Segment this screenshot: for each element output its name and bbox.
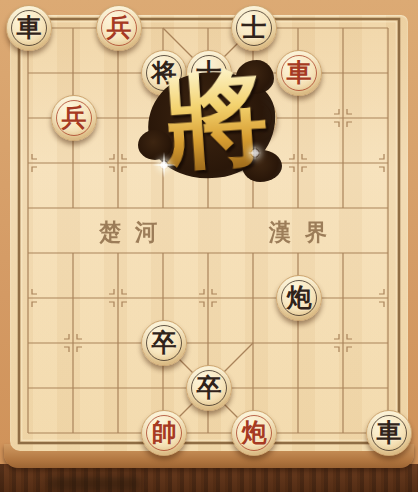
piece-red-cannon-1[interactable]: 炮 [231,410,277,456]
piece-black-pawn-1[interactable]: 卒 [141,320,187,366]
piece-glyph: 車 [287,60,312,85]
piece-red-pawn-2[interactable]: 兵 [51,95,97,141]
river-label-chu-he: 楚河 [58,217,198,249]
piece-glyph: 炮 [287,285,312,310]
piece-glyph: 帥 [152,420,177,445]
piece-glyph: 炮 [242,420,267,445]
piece-red-general[interactable]: 帥 [141,410,187,456]
piece-glyph: 士 [242,15,267,40]
piece-red-chariot-1[interactable]: 車 [276,50,322,96]
piece-glyph: 兵 [62,105,87,130]
piece-glyph: 兵 [107,15,132,40]
piece-black-chariot-1[interactable]: 車 [6,5,52,51]
piece-black-advisor-1[interactable]: 士 [231,5,277,51]
piece-glyph: 車 [17,15,42,40]
piece-glyph: 士 [197,60,222,85]
piece-black-advisor-2[interactable]: 士 [186,50,232,96]
blurred-caption-smudge [48,477,140,490]
piece-glyph: 卒 [197,375,222,400]
piece-black-general[interactable]: 将 [141,50,187,96]
piece-red-pawn-1[interactable]: 兵 [96,5,142,51]
piece-red-horse-1[interactable]: 馬 [231,95,277,141]
piece-glyph: 卒 [152,330,177,355]
piece-black-pawn-2[interactable]: 卒 [186,365,232,411]
piece-black-chariot-2[interactable]: 車 [366,410,412,456]
river-label-han-jie: 漢界 [228,217,368,249]
piece-glyph: 馬 [242,105,267,130]
piece-black-cannon-1[interactable]: 炮 [276,275,322,321]
piece-glyph: 将 [152,60,177,85]
piece-glyph: 車 [377,420,402,445]
